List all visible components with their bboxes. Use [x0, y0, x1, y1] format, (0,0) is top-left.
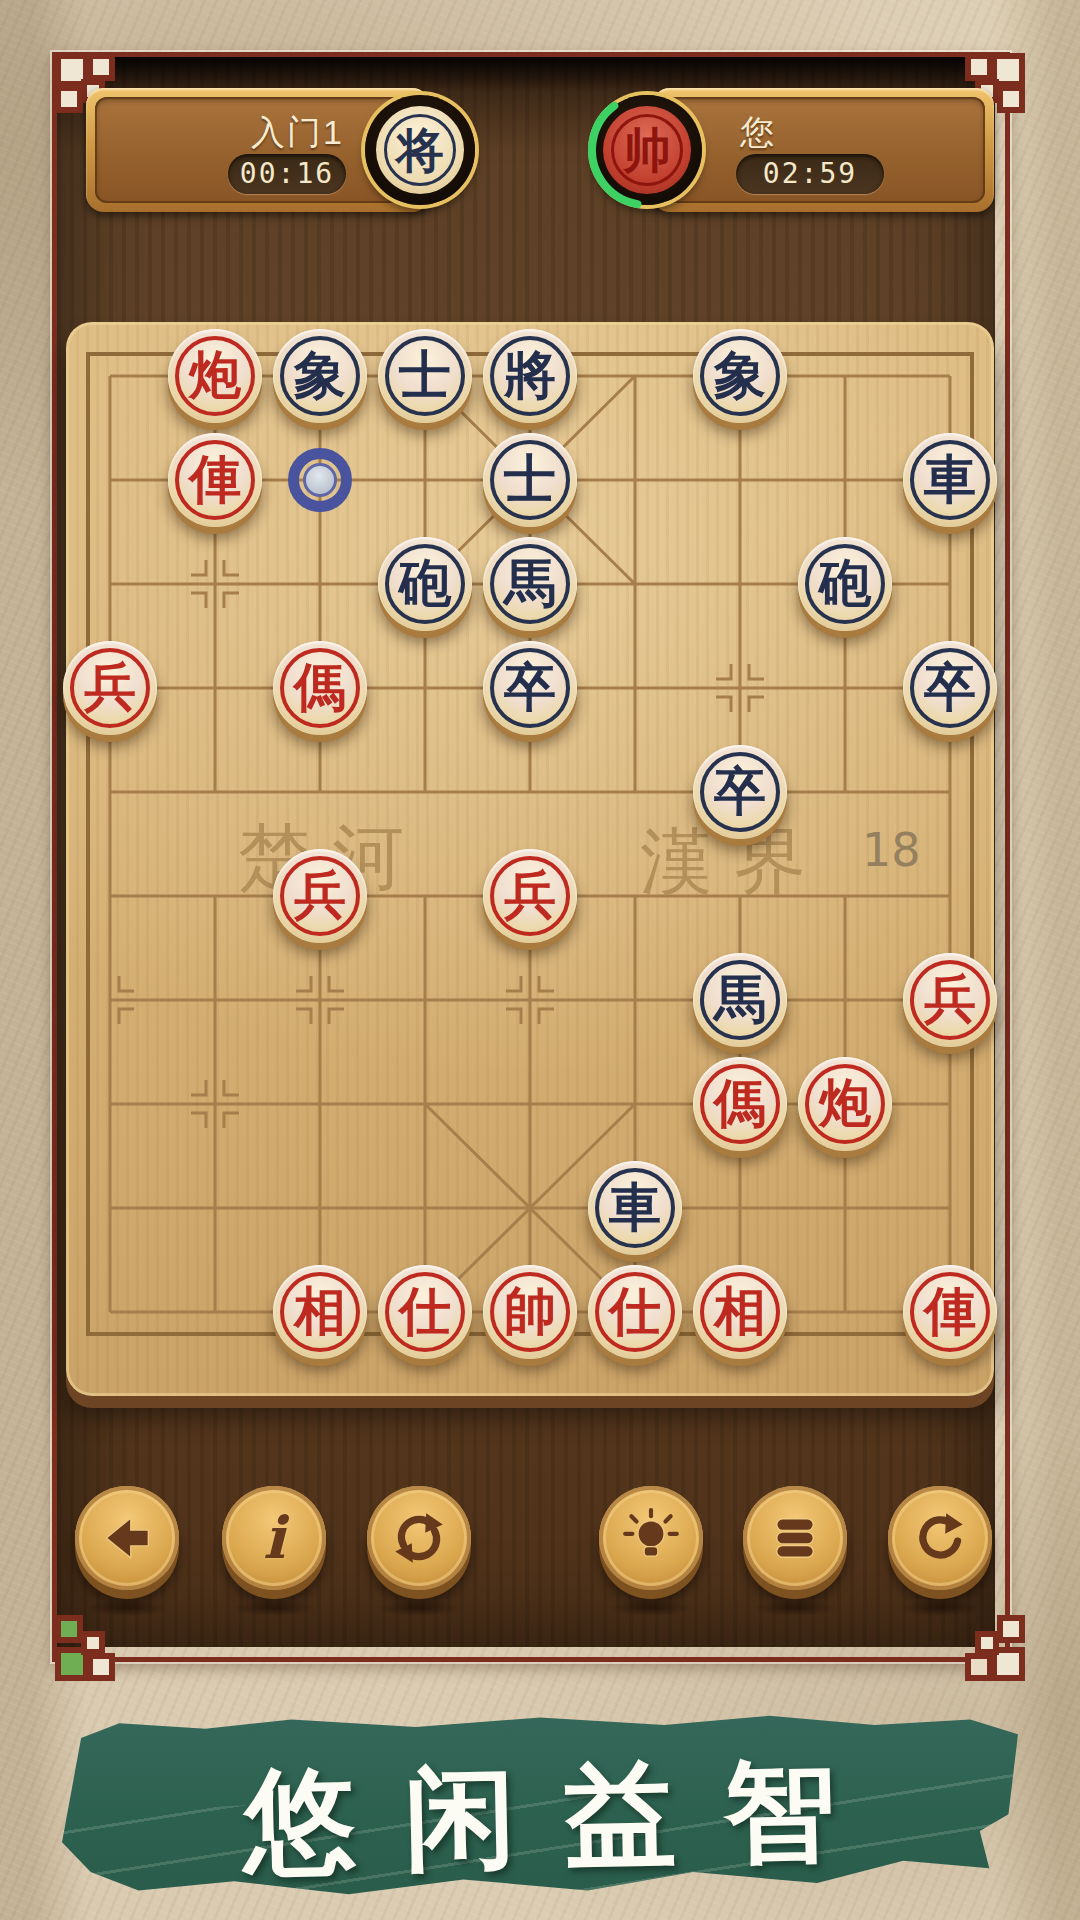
piece-red-cannon[interactable]: 炮 [168, 329, 262, 423]
xiangqi-board[interactable]: 楚河 漢界 18 炮象士將象俥士車砲馬砲兵傌卒卒卒兵兵馬兵傌炮車相仕帥仕相俥 [66, 322, 994, 1396]
lightbulb-icon [620, 1507, 682, 1569]
corner-ornament-bottom-left [50, 1608, 128, 1686]
piece-black-cannon[interactable]: 砲 [798, 537, 892, 631]
button-shadow [752, 1600, 838, 1616]
button-shadow [608, 1600, 694, 1616]
piece-black-soldier[interactable]: 卒 [483, 641, 577, 735]
undo-icon [909, 1507, 971, 1569]
piece-red-cannon[interactable]: 炮 [798, 1057, 892, 1151]
info-icon: i [263, 1509, 285, 1567]
back-button[interactable] [75, 1486, 179, 1590]
player-name-label: 您 [740, 110, 776, 156]
piece-black-advisor[interactable]: 士 [378, 329, 472, 423]
piece-red-horse[interactable]: 傌 [273, 641, 367, 735]
hint-button[interactable] [599, 1486, 703, 1590]
piece-red-soldier[interactable]: 兵 [903, 953, 997, 1047]
undo-button[interactable] [888, 1486, 992, 1590]
player-timer: 02:59 [736, 154, 884, 194]
last-move-marker [288, 448, 352, 512]
piece-red-elephant[interactable]: 相 [273, 1265, 367, 1359]
piece-black-soldier[interactable]: 卒 [693, 745, 787, 839]
piece-black-chariot[interactable]: 車 [903, 433, 997, 527]
opponent-level-label: 入门1 [251, 110, 344, 156]
turn-timer-arc [585, 88, 709, 212]
button-shadow [231, 1600, 317, 1616]
corner-ornament-bottom-right [952, 1608, 1030, 1686]
piece-black-elephant[interactable]: 象 [273, 329, 367, 423]
piece-black-elephant[interactable]: 象 [693, 329, 787, 423]
piece-black-general[interactable]: 將 [483, 329, 577, 423]
piece-red-general[interactable]: 帥 [483, 1265, 577, 1359]
opponent-timer: 00:16 [228, 154, 346, 194]
app-screen: 入门1 00:16 将 您 02:59 帅 楚河 漢界 18 炮象士將象俥士車砲… [0, 0, 1080, 1920]
menu-bars-icon [764, 1507, 826, 1569]
piece-black-cannon[interactable]: 砲 [378, 537, 472, 631]
piece-red-advisor[interactable]: 仕 [378, 1265, 472, 1359]
flip-button[interactable] [367, 1486, 471, 1590]
info-button[interactable]: i [222, 1486, 326, 1590]
piece-red-elephant[interactable]: 相 [693, 1265, 787, 1359]
button-shadow [84, 1600, 170, 1616]
piece-black-soldier[interactable]: 卒 [903, 641, 997, 735]
menu-button[interactable] [743, 1486, 847, 1590]
piece-red-soldier[interactable]: 兵 [483, 849, 577, 943]
opponent-avatar: 将 [365, 95, 475, 205]
piece-black-horse[interactable]: 馬 [693, 953, 787, 1047]
button-shadow [376, 1600, 462, 1616]
piece-black-horse[interactable]: 馬 [483, 537, 577, 631]
piece-red-chariot[interactable]: 俥 [903, 1265, 997, 1359]
player-avatar: 帅 [592, 95, 702, 205]
piece-black-chariot[interactable]: 車 [588, 1161, 682, 1255]
piece-black-advisor[interactable]: 士 [483, 433, 577, 527]
piece-red-soldier[interactable]: 兵 [63, 641, 157, 735]
slogan-text: 悠闲益智 [61, 1732, 1020, 1903]
flip-swap-icon [388, 1507, 450, 1569]
button-shadow [897, 1600, 983, 1616]
slogan-banner: 悠闲益智 [62, 1712, 1018, 1898]
piece-red-horse[interactable]: 傌 [693, 1057, 787, 1151]
piece-red-advisor[interactable]: 仕 [588, 1265, 682, 1359]
piece-red-chariot[interactable]: 俥 [168, 433, 262, 527]
back-arrow-icon [96, 1507, 158, 1569]
river-counter: 18 [862, 823, 921, 877]
piece-red-soldier[interactable]: 兵 [273, 849, 367, 943]
